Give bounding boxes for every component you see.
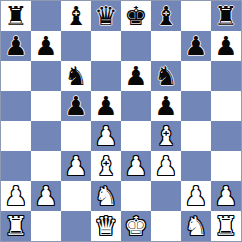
square-a4[interactable] [1,121,31,151]
piece-white-bishop: ♝ [94,153,117,179]
square-f4[interactable]: ♝ [151,121,181,151]
piece-black-rook: ♜ [4,3,27,29]
piece-white-pawn: ♟ [64,153,87,179]
square-c5[interactable]: ♟ [61,91,91,121]
square-d8[interactable]: ♛ [91,1,121,31]
square-b5[interactable] [31,91,61,121]
square-b1[interactable] [31,211,61,241]
square-d1[interactable]: ♛ [91,211,121,241]
square-b4[interactable] [31,121,61,151]
square-e1[interactable]: ♚ [121,211,151,241]
piece-white-knight: ♞ [94,183,117,209]
piece-white-pawn: ♟ [154,153,177,179]
chess-board: ♜♝♛♚♝♜♟♟♟♟♞♟♞♟♟♟♟♝♟♝♟♟♟♟♞♟♟♜♛♚♞♜ [0,0,242,242]
piece-white-pawn: ♟ [4,183,27,209]
square-a8[interactable]: ♜ [1,1,31,31]
square-a6[interactable] [1,61,31,91]
piece-black-pawn: ♟ [184,33,207,59]
piece-black-knight: ♞ [64,63,87,89]
piece-white-pawn: ♟ [94,123,117,149]
square-a2[interactable]: ♟ [1,181,31,211]
square-e2[interactable] [121,181,151,211]
square-g1[interactable]: ♞ [181,211,211,241]
square-e5[interactable] [121,91,151,121]
square-h6[interactable] [211,61,241,91]
square-c2[interactable] [61,181,91,211]
piece-black-queen: ♛ [94,3,117,29]
square-b6[interactable] [31,61,61,91]
piece-white-pawn: ♟ [184,183,207,209]
piece-black-knight: ♞ [154,63,177,89]
piece-black-rook: ♜ [214,3,237,29]
square-h2[interactable]: ♟ [211,181,241,211]
square-f6[interactable]: ♞ [151,61,181,91]
square-b8[interactable] [31,1,61,31]
piece-white-queen: ♛ [94,213,117,239]
square-a5[interactable] [1,91,31,121]
piece-black-bishop: ♝ [154,3,177,29]
piece-black-pawn: ♟ [214,33,237,59]
piece-black-king: ♚ [124,3,147,29]
square-b3[interactable] [31,151,61,181]
square-d7[interactable] [91,31,121,61]
square-c6[interactable]: ♞ [61,61,91,91]
square-g6[interactable] [181,61,211,91]
square-g8[interactable] [181,1,211,31]
square-g3[interactable] [181,151,211,181]
square-e4[interactable] [121,121,151,151]
square-d4[interactable]: ♟ [91,121,121,151]
square-h5[interactable] [211,91,241,121]
piece-white-knight: ♞ [184,213,207,239]
square-g5[interactable] [181,91,211,121]
piece-white-bishop: ♝ [154,123,177,149]
square-h3[interactable] [211,151,241,181]
square-c1[interactable] [61,211,91,241]
piece-black-pawn: ♟ [64,93,87,119]
piece-white-pawn: ♟ [34,183,57,209]
square-e6[interactable]: ♟ [121,61,151,91]
square-h8[interactable]: ♜ [211,1,241,31]
piece-black-pawn: ♟ [4,33,27,59]
square-f2[interactable] [151,181,181,211]
square-a1[interactable]: ♜ [1,211,31,241]
square-d5[interactable]: ♟ [91,91,121,121]
square-a7[interactable]: ♟ [1,31,31,61]
piece-black-pawn: ♟ [94,93,117,119]
square-f7[interactable] [151,31,181,61]
square-e7[interactable] [121,31,151,61]
square-h1[interactable]: ♜ [211,211,241,241]
square-d2[interactable]: ♞ [91,181,121,211]
square-h7[interactable]: ♟ [211,31,241,61]
piece-white-pawn: ♟ [214,183,237,209]
square-c4[interactable] [61,121,91,151]
square-b7[interactable]: ♟ [31,31,61,61]
square-e3[interactable]: ♟ [121,151,151,181]
piece-black-pawn: ♟ [124,63,147,89]
square-h4[interactable] [211,121,241,151]
square-g2[interactable]: ♟ [181,181,211,211]
piece-white-rook: ♜ [4,213,27,239]
square-f1[interactable] [151,211,181,241]
square-g7[interactable]: ♟ [181,31,211,61]
square-c8[interactable]: ♝ [61,1,91,31]
square-g4[interactable] [181,121,211,151]
square-f8[interactable]: ♝ [151,1,181,31]
piece-white-rook: ♜ [214,213,237,239]
square-c3[interactable]: ♟ [61,151,91,181]
square-a3[interactable] [1,151,31,181]
piece-white-pawn: ♟ [124,153,147,179]
square-c7[interactable] [61,31,91,61]
square-b2[interactable]: ♟ [31,181,61,211]
square-e8[interactable]: ♚ [121,1,151,31]
piece-black-pawn: ♟ [154,93,177,119]
square-f3[interactable]: ♟ [151,151,181,181]
square-d3[interactable]: ♝ [91,151,121,181]
square-f5[interactable]: ♟ [151,91,181,121]
piece-white-king: ♚ [124,213,147,239]
piece-black-pawn: ♟ [34,33,57,59]
piece-black-bishop: ♝ [64,3,87,29]
square-d6[interactable] [91,61,121,91]
